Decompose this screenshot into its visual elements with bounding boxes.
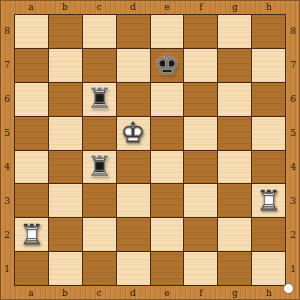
square-a7[interactable] — [15, 49, 48, 82]
square-c2[interactable] — [83, 218, 116, 251]
piece-white-rook[interactable]: ♜ — [15, 218, 48, 251]
square-e8[interactable] — [151, 15, 184, 48]
square-f3[interactable] — [184, 184, 217, 217]
square-a5[interactable] — [15, 117, 48, 150]
file-label-e: e — [150, 286, 184, 300]
square-e6[interactable] — [151, 83, 184, 116]
square-b4[interactable] — [49, 151, 82, 184]
rank-label-2: 2 — [0, 218, 14, 252]
rank-label-1: 1 — [286, 252, 300, 286]
square-c8[interactable] — [83, 15, 116, 48]
file-label-b: b — [48, 286, 82, 300]
piece-black-rook[interactable]: ♜ — [83, 151, 116, 184]
square-d6[interactable] — [117, 83, 150, 116]
rank-label-7: 7 — [0, 48, 14, 82]
rank-label-5: 5 — [0, 116, 14, 150]
rank-label-8: 8 — [286, 14, 300, 48]
white-to-move-indicator — [284, 284, 293, 293]
rank-label-5: 5 — [286, 116, 300, 150]
file-labels-bottom: abcdefgh — [14, 286, 286, 300]
square-a3[interactable] — [15, 184, 48, 217]
square-f6[interactable] — [184, 83, 217, 116]
square-f7[interactable] — [184, 49, 217, 82]
square-b7[interactable] — [49, 49, 82, 82]
square-g4[interactable] — [218, 151, 251, 184]
square-d3[interactable] — [117, 184, 150, 217]
file-label-g: g — [218, 286, 252, 300]
square-b6[interactable] — [49, 83, 82, 116]
square-e2[interactable] — [151, 218, 184, 251]
square-e5[interactable] — [151, 117, 184, 150]
square-b3[interactable] — [49, 184, 82, 217]
square-d4[interactable] — [117, 151, 150, 184]
file-label-f: f — [184, 0, 218, 14]
square-d5[interactable]: ♚ — [117, 117, 150, 150]
square-f8[interactable] — [184, 15, 217, 48]
piece-white-rook[interactable]: ♜ — [252, 184, 285, 217]
square-a2[interactable]: ♜ — [15, 218, 48, 251]
file-label-b: b — [48, 0, 82, 14]
rank-labels-left: 87654321 — [0, 14, 14, 286]
rank-label-4: 4 — [286, 150, 300, 184]
square-c6[interactable]: ♜ — [83, 83, 116, 116]
chess-board: abcdefgh abcdefgh 87654321 87654321 ♚♜♚♜… — [0, 0, 300, 300]
rank-label-7: 7 — [286, 48, 300, 82]
rank-label-6: 6 — [0, 82, 14, 116]
square-d8[interactable] — [117, 15, 150, 48]
square-h4[interactable] — [252, 151, 285, 184]
file-label-c: c — [82, 0, 116, 14]
square-f5[interactable] — [184, 117, 217, 150]
board-grid: ♚♜♚♜♜♜ — [14, 14, 286, 286]
square-h7[interactable] — [252, 49, 285, 82]
square-g3[interactable] — [218, 184, 251, 217]
rank-label-2: 2 — [286, 218, 300, 252]
square-b2[interactable] — [49, 218, 82, 251]
file-label-h: h — [252, 0, 286, 14]
square-g6[interactable] — [218, 83, 251, 116]
piece-black-king[interactable]: ♚ — [151, 49, 184, 82]
square-f4[interactable] — [184, 151, 217, 184]
square-g5[interactable] — [218, 117, 251, 150]
square-h6[interactable] — [252, 83, 285, 116]
square-e1[interactable] — [151, 252, 184, 285]
rank-label-3: 3 — [0, 184, 14, 218]
file-label-c: c — [82, 286, 116, 300]
square-d7[interactable] — [117, 49, 150, 82]
file-label-d: d — [116, 286, 150, 300]
piece-black-rook[interactable]: ♜ — [83, 83, 116, 116]
square-e3[interactable] — [151, 184, 184, 217]
file-label-a: a — [14, 286, 48, 300]
square-c1[interactable] — [83, 252, 116, 285]
square-h5[interactable] — [252, 117, 285, 150]
square-a6[interactable] — [15, 83, 48, 116]
square-d1[interactable] — [117, 252, 150, 285]
piece-white-king[interactable]: ♚ — [117, 117, 150, 150]
file-label-h: h — [252, 286, 286, 300]
rank-label-4: 4 — [0, 150, 14, 184]
rank-labels-right: 87654321 — [286, 14, 300, 286]
square-c3[interactable] — [83, 184, 116, 217]
square-b5[interactable] — [49, 117, 82, 150]
square-f2[interactable] — [184, 218, 217, 251]
rank-label-8: 8 — [0, 14, 14, 48]
square-e4[interactable] — [151, 151, 184, 184]
file-label-d: d — [116, 0, 150, 14]
file-label-e: e — [150, 0, 184, 14]
square-a4[interactable] — [15, 151, 48, 184]
square-a1[interactable] — [15, 252, 48, 285]
square-c5[interactable] — [83, 117, 116, 150]
square-b1[interactable] — [49, 252, 82, 285]
file-label-f: f — [184, 286, 218, 300]
square-h8[interactable] — [252, 15, 285, 48]
square-h2[interactable] — [252, 218, 285, 251]
square-g2[interactable] — [218, 218, 251, 251]
square-c4[interactable]: ♜ — [83, 151, 116, 184]
square-f1[interactable] — [184, 252, 217, 285]
square-g7[interactable] — [218, 49, 251, 82]
rank-label-1: 1 — [0, 252, 14, 286]
square-g8[interactable] — [218, 15, 251, 48]
file-label-a: a — [14, 0, 48, 14]
rank-label-3: 3 — [286, 184, 300, 218]
square-g1[interactable] — [218, 252, 251, 285]
square-d2[interactable] — [117, 218, 150, 251]
square-e7[interactable]: ♚ — [151, 49, 184, 82]
file-label-g: g — [218, 0, 252, 14]
square-a8[interactable] — [15, 15, 48, 48]
square-h3[interactable]: ♜ — [252, 184, 285, 217]
rank-label-6: 6 — [286, 82, 300, 116]
square-h1[interactable] — [252, 252, 285, 285]
file-labels-top: abcdefgh — [14, 0, 286, 14]
square-b8[interactable] — [49, 15, 82, 48]
square-c7[interactable] — [83, 49, 116, 82]
